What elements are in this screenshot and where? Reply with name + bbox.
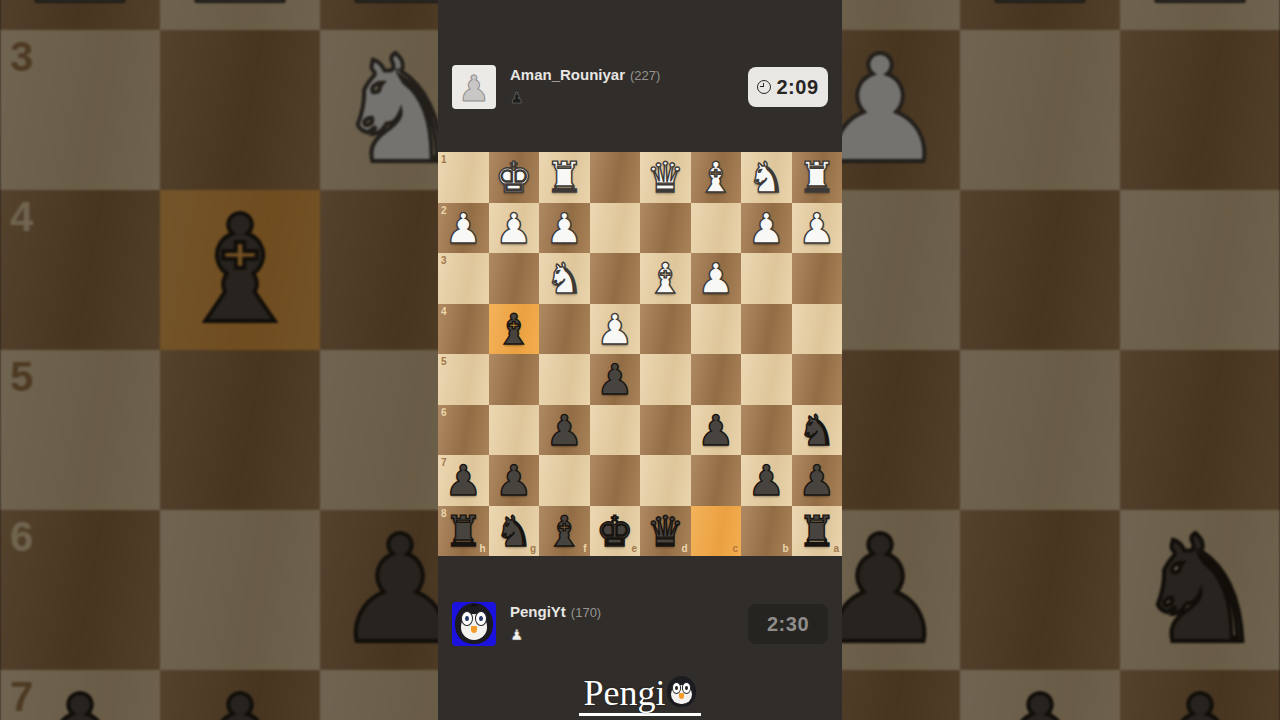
rank-label-1: 1 [438, 152, 447, 165]
square-h3[interactable]: 3 [438, 253, 489, 304]
square-e2[interactable] [590, 203, 641, 254]
square-a4[interactable] [792, 304, 843, 355]
square-g5[interactable] [489, 354, 540, 405]
square-g3[interactable] [489, 253, 540, 304]
pawn-avatar-icon: ♟ [452, 65, 496, 109]
rank-label-5: 5 [438, 354, 447, 367]
square-e5[interactable]: ♟ [590, 354, 641, 405]
square-b4[interactable] [741, 304, 792, 355]
white-bishop[interactable]: ♝ [691, 152, 742, 203]
white-knight[interactable]: ♞ [741, 152, 792, 203]
square-f1[interactable]: ♜ [539, 152, 590, 203]
square-f5[interactable] [539, 354, 590, 405]
square-h8[interactable]: 8h♜ [438, 506, 489, 557]
top-player-row: ♟ Aman_Rouniyar(227) ♟ 2:09 [438, 65, 842, 113]
clock-icon [757, 80, 771, 94]
square-g6[interactable] [489, 405, 540, 456]
square-h1[interactable]: 1 [438, 152, 489, 203]
white-king[interactable]: ♚ [489, 152, 540, 203]
penguin-avatar-icon [455, 603, 493, 644]
black-pawn[interactable]: ♟ [741, 455, 792, 506]
square-f6[interactable]: ♟ [539, 405, 590, 456]
caption-text: Pengi [583, 673, 665, 713]
square-h7[interactable]: 7♟ [438, 455, 489, 506]
square-h2[interactable]: 2♟ [438, 203, 489, 254]
square-e7[interactable] [590, 455, 641, 506]
rank-label-4: 4 [438, 304, 447, 317]
square-g4[interactable]: ♝ [489, 304, 540, 355]
square-h4[interactable]: 4 [438, 304, 489, 355]
white-rook[interactable]: ♜ [539, 152, 590, 203]
black-queen[interactable]: ♛ [640, 506, 691, 557]
top-player-clock[interactable]: 2:09 [748, 67, 828, 107]
app-column: ♟ Aman_Rouniyar(227) ♟ 2:09 1♚♜♛♝♞♜2♟♟♟♟… [438, 0, 842, 720]
black-knight[interactable]: ♞ [792, 405, 843, 456]
black-knight[interactable]: ♞ [489, 506, 540, 557]
bottom-player-row: PengiYt(170) ♟ 2:30 [438, 602, 842, 650]
white-pawn[interactable]: ♟ [792, 203, 843, 254]
caption: Pengi [438, 674, 842, 716]
bottom-player-username: PengiYt [510, 603, 566, 620]
square-d6[interactable] [640, 405, 691, 456]
caption-underlined-text: Pengi [579, 674, 700, 716]
black-bishop[interactable]: ♝ [489, 304, 540, 355]
square-c5[interactable] [691, 354, 742, 405]
rank-label-6: 6 [438, 405, 447, 418]
square-e3[interactable] [590, 253, 641, 304]
square-a8[interactable]: a♜ [792, 506, 843, 557]
file-label-c: c [732, 544, 738, 554]
square-b1[interactable]: ♞ [741, 152, 792, 203]
square-a1[interactable]: ♜ [792, 152, 843, 203]
bottom-player-name[interactable]: PengiYt(170) [510, 603, 601, 620]
square-d3[interactable]: ♝ [640, 253, 691, 304]
square-d7[interactable] [640, 455, 691, 506]
white-pawn[interactable]: ♟ [741, 203, 792, 254]
square-b6[interactable] [741, 405, 792, 456]
square-d2[interactable] [640, 203, 691, 254]
square-g1[interactable]: ♚ [489, 152, 540, 203]
black-pawn[interactable]: ♟ [792, 455, 843, 506]
black-pawn[interactable]: ♟ [489, 455, 540, 506]
black-pawn[interactable]: ♟ [590, 354, 641, 405]
square-b5[interactable] [741, 354, 792, 405]
square-c2[interactable] [691, 203, 742, 254]
bottom-player-clock[interactable]: 2:30 [748, 604, 828, 644]
square-d8[interactable]: d♛ [640, 506, 691, 557]
white-pawn[interactable]: ♟ [590, 304, 641, 355]
white-pawn[interactable]: ♟ [438, 203, 489, 254]
square-d4[interactable] [640, 304, 691, 355]
black-king[interactable]: ♚ [590, 506, 641, 557]
square-a3[interactable] [792, 253, 843, 304]
square-g7[interactable]: ♟ [489, 455, 540, 506]
square-e8[interactable]: e♚ [590, 506, 641, 557]
square-a7[interactable]: ♟ [792, 455, 843, 506]
top-captured-pawn-icon: ♟ [510, 87, 523, 109]
square-g8[interactable]: g♞ [489, 506, 540, 557]
white-rook[interactable]: ♜ [792, 152, 843, 203]
black-rook[interactable]: ♜ [438, 506, 489, 557]
square-c3[interactable]: ♟ [691, 253, 742, 304]
square-d1[interactable]: ♛ [640, 152, 691, 203]
square-b3[interactable] [741, 253, 792, 304]
top-clock-time: 2:09 [776, 76, 818, 99]
chess-board[interactable]: 1♚♜♛♝♞♜2♟♟♟♟♟3♞♝♟4♝♟5♟6♟♟♞7♟♟♟♟8h♜g♞f♝e♚… [438, 152, 842, 556]
black-pawn[interactable]: ♟ [691, 405, 742, 456]
square-c1[interactable]: ♝ [691, 152, 742, 203]
square-h6[interactable]: 6 [438, 405, 489, 456]
square-f2[interactable]: ♟ [539, 203, 590, 254]
square-b8[interactable]: b [741, 506, 792, 557]
square-a5[interactable] [792, 354, 843, 405]
square-b7[interactable]: ♟ [741, 455, 792, 506]
black-pawn[interactable]: ♟ [539, 405, 590, 456]
square-f8[interactable]: f♝ [539, 506, 590, 557]
top-player-avatar[interactable]: ♟ [452, 65, 496, 109]
square-c4[interactable] [691, 304, 742, 355]
white-bishop[interactable]: ♝ [640, 253, 691, 304]
square-a6[interactable]: ♞ [792, 405, 843, 456]
black-pawn[interactable]: ♟ [438, 455, 489, 506]
bottom-clock-time: 2:30 [767, 613, 809, 636]
bottom-player-rating: (170) [571, 605, 601, 620]
square-g2[interactable]: ♟ [489, 203, 540, 254]
top-player-name[interactable]: Aman_Rouniyar(227) [510, 66, 660, 83]
top-player-username: Aman_Rouniyar [510, 66, 625, 83]
bottom-captured-pawn-icon: ♟ [510, 624, 523, 646]
white-pawn[interactable]: ♟ [539, 203, 590, 254]
rank-label-3: 3 [438, 253, 447, 266]
white-pawn[interactable]: ♟ [489, 203, 540, 254]
black-bishop[interactable]: ♝ [539, 506, 590, 557]
square-e1[interactable] [590, 152, 641, 203]
square-h5[interactable]: 5 [438, 354, 489, 405]
square-c6[interactable]: ♟ [691, 405, 742, 456]
white-pawn[interactable]: ♟ [691, 253, 742, 304]
square-c7[interactable] [691, 455, 742, 506]
square-f4[interactable] [539, 304, 590, 355]
square-d5[interactable] [640, 354, 691, 405]
square-e4[interactable]: ♟ [590, 304, 641, 355]
black-rook[interactable]: ♜ [792, 506, 843, 557]
square-f3[interactable]: ♞ [539, 253, 590, 304]
bottom-player-avatar[interactable] [452, 602, 496, 646]
square-c8[interactable]: c [691, 506, 742, 557]
square-a2[interactable]: ♟ [792, 203, 843, 254]
square-e6[interactable] [590, 405, 641, 456]
file-label-b: b [782, 544, 788, 554]
top-player-rating: (227) [630, 68, 660, 83]
penguin-emoji [667, 676, 697, 708]
white-knight[interactable]: ♞ [539, 253, 590, 304]
square-f7[interactable] [539, 455, 590, 506]
white-queen[interactable]: ♛ [640, 152, 691, 203]
square-b2[interactable]: ♟ [741, 203, 792, 254]
